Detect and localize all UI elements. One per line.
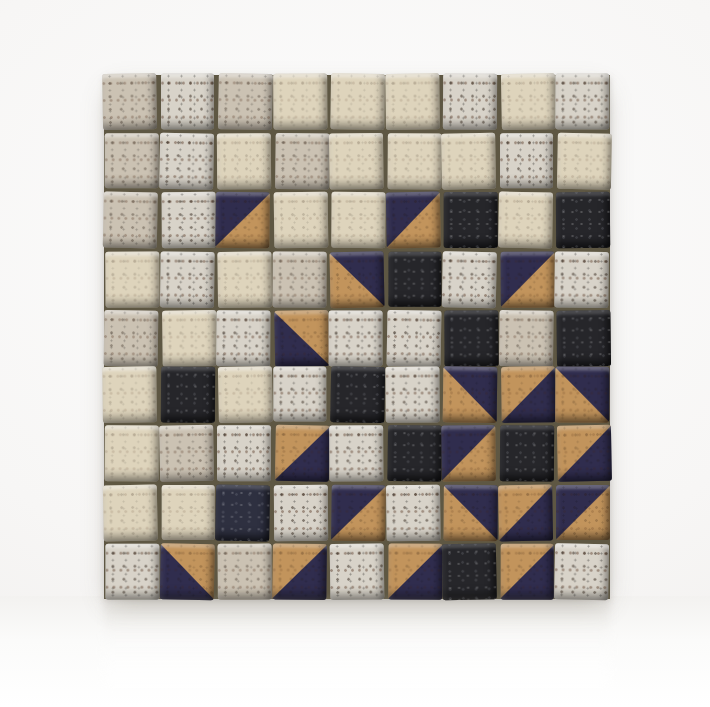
cube-r8c9-nw: [556, 485, 610, 541]
cube-r5c4-sw: [274, 310, 329, 367]
cube-r2c9-be: [557, 132, 612, 189]
cube-r2c8-ws: [500, 133, 554, 189]
cube-r7c4-se: [275, 425, 330, 482]
cube-r2c7-be: [441, 132, 496, 189]
cube-r1c1-gs: [102, 73, 157, 130]
cube-r8c4-ws: [273, 485, 327, 541]
cube-r2c1-gs: [105, 133, 159, 189]
cube-r3c3-nw: [215, 192, 269, 248]
cube-r6c4-ws: [273, 366, 327, 422]
cube-r6c1-be: [102, 366, 156, 422]
studio-photo: [0, 0, 710, 707]
cube-r2c6-be: [387, 133, 441, 189]
cube-r3c9-dk: [556, 192, 610, 248]
cube-r1c7-ws: [443, 73, 497, 129]
mosaic-panel: [104, 75, 610, 599]
cube-r7c3-ws: [217, 426, 271, 482]
cube-r7c9-se: [557, 425, 612, 482]
cube-r9c5-ws: [330, 544, 384, 600]
cube-r5c7-dk: [445, 310, 499, 366]
cube-r7c2-gs: [159, 425, 214, 482]
cube-r3c8-be: [498, 192, 553, 249]
cube-r9c3-gs: [218, 544, 272, 600]
cube-r3c2-ws: [161, 192, 215, 248]
cube-r9c8-se: [501, 544, 555, 600]
cube-r4c6-dk: [388, 251, 442, 307]
cube-r6c5-dk: [330, 366, 385, 423]
cube-r1c5-be: [331, 73, 385, 129]
cube-r7c1-be: [105, 425, 159, 481]
cube-r2c3-be: [217, 133, 271, 189]
cube-r8c3-nv: [215, 484, 270, 541]
cube-r3c4-be: [273, 192, 327, 248]
cube-r2c4-gs: [275, 133, 329, 189]
cube-r8c2-be: [161, 485, 215, 541]
cube-r1c2-ws: [161, 74, 215, 130]
cube-r4c3-be: [217, 251, 271, 307]
cube-r2c2-ws: [159, 132, 214, 189]
cube-r5c6-ws: [386, 310, 441, 367]
cube-r6c9-ne: [556, 366, 610, 422]
studio-floor: [0, 596, 710, 707]
cube-r6c7-ne: [443, 366, 497, 422]
cube-r1c9-ws: [556, 74, 610, 130]
cube-r6c2-dk: [160, 366, 214, 422]
cube-r4c8-nw: [500, 251, 554, 307]
cube-r3c5-be: [331, 192, 385, 248]
cube-r4c4-gs: [272, 251, 326, 307]
cube-r1c4-be: [273, 73, 327, 129]
cube-r7c6-dk: [387, 425, 441, 481]
cube-r4c1-be: [105, 251, 159, 307]
cube-r9c2-sw: [159, 544, 214, 601]
cube-r4c7-ws: [442, 251, 497, 308]
cube-r3c1-gs: [103, 192, 158, 249]
cube-r8c1-be: [103, 484, 158, 541]
cube-r2c5-be: [329, 133, 383, 189]
cube-r4c2-ws: [160, 251, 214, 307]
cube-r9c9-ws: [555, 544, 610, 601]
cube-r4c5-ne: [330, 251, 385, 308]
cube-r7c7-nw: [442, 425, 496, 481]
cube-r9c1-ws: [105, 544, 159, 600]
cube-r7c5-ws: [329, 425, 383, 481]
cube-r8c5-nw: [331, 485, 385, 541]
cube-r9c7-dk: [442, 544, 497, 601]
cube-r7c8-dk: [500, 425, 554, 481]
cube-r1c6-be: [385, 73, 439, 129]
cube-r5c2-be: [162, 310, 216, 366]
cube-r5c5-ws: [329, 311, 383, 367]
cube-r1c8-be: [501, 73, 556, 130]
cube-r6c3-be: [218, 366, 273, 423]
cube-r8c6-ws: [386, 485, 440, 541]
cube-r8c7-ne: [444, 485, 498, 541]
cube-r9c4-se: [272, 544, 326, 600]
cube-r6c6-ws: [385, 366, 439, 422]
cube-grid: [104, 75, 610, 599]
cube-r5c3-ws: [216, 310, 270, 366]
cube-r6c8-se: [501, 366, 555, 422]
cube-r9c6-se: [388, 544, 442, 600]
cube-r5c8-gs: [499, 310, 553, 366]
cube-r8c8-se: [498, 484, 553, 541]
cube-r3c6-nw: [386, 192, 441, 249]
cube-r5c1-gs: [104, 310, 158, 366]
cube-r3c7-dk: [444, 192, 498, 248]
cube-r4c9-ws: [555, 251, 609, 307]
cube-r1c3-gs: [218, 73, 273, 130]
cube-r5c9-dk: [557, 310, 611, 366]
